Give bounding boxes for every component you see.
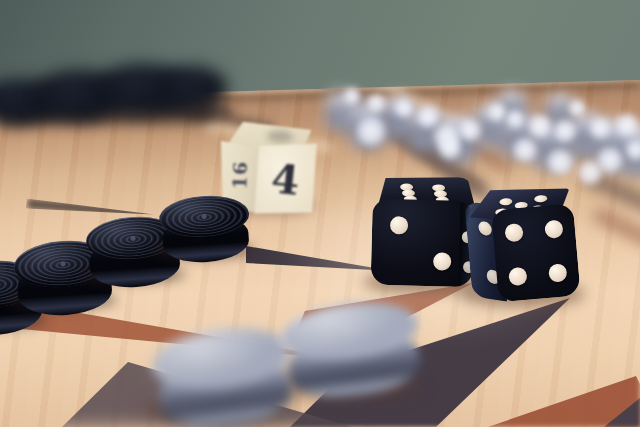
- die-pip: [499, 198, 513, 206]
- die-right: [463, 182, 581, 305]
- die-pip: [390, 216, 408, 234]
- die-left-front-pips: [371, 199, 473, 288]
- backgammon-photo-scene: 16 4: [0, 0, 640, 427]
- die-right-front-pips: [491, 203, 581, 302]
- die-pip: [544, 219, 564, 239]
- doubling-cube-side-value: 16: [228, 160, 251, 189]
- doubling-cube-front-face: 4: [254, 142, 316, 216]
- doubling-cube: 16 4: [218, 120, 317, 215]
- die-pip: [504, 223, 524, 243]
- doubling-cube-front-value: 4: [269, 154, 302, 204]
- die-pip: [478, 221, 492, 237]
- die-pip: [433, 252, 451, 270]
- die-pip: [508, 267, 528, 287]
- die-pip: [534, 195, 548, 203]
- doubling-cube-side-face: 16: [218, 136, 261, 213]
- doubling-cube-top-marking: [267, 130, 293, 143]
- die-left-front-face: [371, 199, 473, 288]
- die-left: [371, 175, 476, 288]
- die-right-front-face: [491, 203, 581, 302]
- die-pip: [548, 263, 568, 283]
